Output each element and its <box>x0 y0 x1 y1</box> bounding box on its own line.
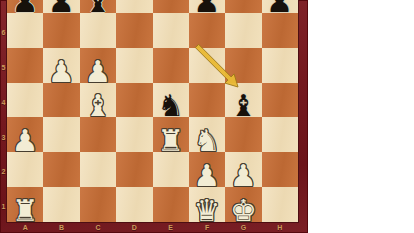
square-a2[interactable] <box>7 152 43 187</box>
square-f2[interactable]: ♟ <box>189 152 225 187</box>
square-f5[interactable] <box>189 48 225 83</box>
chess-screenshot: ♟♟♝♟♟♟♟♝♞♝♟♜♞♟♟♜♛♚ 654321 ABCDEFGH <box>0 0 414 233</box>
square-c3[interactable] <box>80 117 116 152</box>
square-e2[interactable] <box>153 152 189 187</box>
square-d4[interactable] <box>116 83 152 118</box>
square-b6[interactable] <box>43 13 79 48</box>
square-b2[interactable] <box>43 152 79 187</box>
square-c4[interactable]: ♝ <box>80 83 116 118</box>
square-b3[interactable] <box>43 117 79 152</box>
square-c1[interactable] <box>80 187 116 222</box>
square-a4[interactable] <box>7 83 43 118</box>
square-d7[interactable] <box>116 0 152 13</box>
square-g6[interactable] <box>225 13 261 48</box>
square-a5[interactable] <box>7 48 43 83</box>
square-d1[interactable] <box>116 187 152 222</box>
white-rook-a1: ♜ <box>12 196 39 222</box>
file-label-a: A <box>23 224 28 231</box>
square-h1[interactable] <box>262 187 298 222</box>
square-e3[interactable]: ♜ <box>153 117 189 152</box>
white-queen-f1: ♛ <box>194 196 221 222</box>
file-label-b: B <box>59 224 64 231</box>
square-g3[interactable] <box>225 117 261 152</box>
square-f1[interactable]: ♛ <box>189 187 225 222</box>
square-e4[interactable]: ♞ <box>153 83 189 118</box>
square-h3[interactable] <box>262 117 298 152</box>
square-d5[interactable] <box>116 48 152 83</box>
square-h2[interactable] <box>262 152 298 187</box>
square-e5[interactable] <box>153 48 189 83</box>
file-label-f: F <box>205 224 209 231</box>
square-f4[interactable] <box>189 83 225 118</box>
square-h5[interactable] <box>262 48 298 83</box>
square-c6[interactable] <box>80 13 116 48</box>
square-f6[interactable] <box>189 13 225 48</box>
rank-label-5: 5 <box>0 64 7 71</box>
square-g1[interactable]: ♚ <box>225 187 261 222</box>
square-b1[interactable] <box>43 187 79 222</box>
square-d3[interactable] <box>116 117 152 152</box>
square-b4[interactable] <box>43 83 79 118</box>
file-label-e: E <box>168 224 173 231</box>
file-label-c: C <box>95 224 100 231</box>
square-e7[interactable] <box>153 0 189 13</box>
rank-label-1: 1 <box>0 203 7 210</box>
square-g5[interactable] <box>225 48 261 83</box>
square-c5[interactable]: ♟ <box>80 48 116 83</box>
square-d2[interactable] <box>116 152 152 187</box>
rank-label-6: 6 <box>0 29 7 36</box>
square-g7[interactable] <box>225 0 261 13</box>
chess-board: ♟♟♝♟♟♟♟♝♞♝♟♜♞♟♟♜♛♚ 654321 ABCDEFGH <box>0 0 308 233</box>
white-king-g1: ♚ <box>230 196 257 222</box>
square-a6[interactable] <box>7 13 43 48</box>
board-grid: ♟♟♝♟♟♟♟♝♞♝♟♜♞♟♟♜♛♚ <box>7 0 298 222</box>
board-squares-area: ♟♟♝♟♟♟♟♝♞♝♟♜♞♟♟♜♛♚ <box>7 0 298 222</box>
rank-label-4: 4 <box>0 99 7 106</box>
file-label-g: G <box>241 224 246 231</box>
square-e1[interactable] <box>153 187 189 222</box>
square-a1[interactable]: ♜ <box>7 187 43 222</box>
file-label-h: H <box>277 224 282 231</box>
square-h7[interactable]: ♟ <box>262 0 298 13</box>
square-a7[interactable]: ♟ <box>7 0 43 13</box>
square-f3[interactable]: ♞ <box>189 117 225 152</box>
square-e6[interactable] <box>153 13 189 48</box>
square-d6[interactable] <box>116 13 152 48</box>
square-a3[interactable]: ♟ <box>7 117 43 152</box>
rank-label-3: 3 <box>0 134 7 141</box>
square-g2[interactable]: ♟ <box>225 152 261 187</box>
square-b5[interactable]: ♟ <box>43 48 79 83</box>
square-h4[interactable] <box>262 83 298 118</box>
square-b7[interactable]: ♟ <box>43 0 79 13</box>
square-g4[interactable]: ♝ <box>225 83 261 118</box>
square-c2[interactable] <box>80 152 116 187</box>
file-label-d: D <box>132 224 137 231</box>
square-f7[interactable]: ♟ <box>189 0 225 13</box>
rank-label-2: 2 <box>0 168 7 175</box>
square-c7[interactable]: ♝ <box>80 0 116 13</box>
square-h6[interactable] <box>262 13 298 48</box>
